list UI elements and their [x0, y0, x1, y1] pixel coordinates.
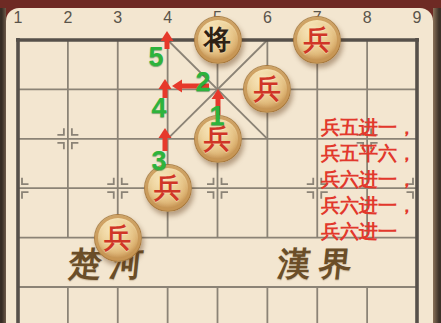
move-number-1: 1: [206, 101, 228, 132]
move-number-3: 3: [148, 146, 170, 177]
move-number-4: 4: [148, 93, 170, 124]
move-line: 兵六进一，: [321, 167, 437, 193]
move-line: 兵五进一，: [321, 115, 437, 141]
xiangqi-puzzle-app: 123456789 楚河 漢界 将兵兵兵兵兵 12345 兵五进一，兵五平六，兵…: [0, 0, 441, 323]
move-line: 兵六进一，: [321, 193, 437, 219]
move-number-5: 5: [145, 42, 167, 73]
move-line: 兵五平六，: [321, 141, 437, 167]
move-list: 兵五进一，兵五平六，兵六进一，兵六进一，兵六进一: [321, 115, 437, 245]
move-line: 兵六进一: [321, 219, 437, 245]
move-number-2: 2: [192, 67, 214, 98]
